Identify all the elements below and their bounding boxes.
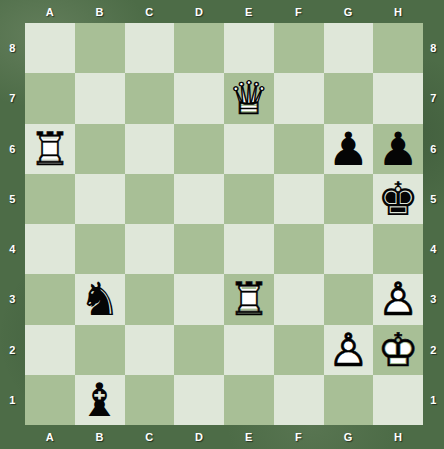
file-label: E: [224, 425, 274, 449]
square-f8[interactable]: [274, 23, 324, 73]
white-rook-outline: ♖: [25, 124, 75, 174]
square-a6[interactable]: ♜♖: [25, 124, 75, 174]
square-h1[interactable]: [373, 375, 423, 425]
piece-white-king[interactable]: ♚♔: [373, 325, 423, 375]
rank-label: 2: [0, 325, 25, 375]
rank-label: 2: [423, 325, 444, 375]
file-label: H: [373, 425, 423, 449]
piece-white-rook[interactable]: ♜♖: [25, 124, 75, 174]
square-f5[interactable]: [274, 174, 324, 224]
square-e1[interactable]: [224, 375, 274, 425]
rank-label: 6: [0, 124, 25, 174]
rank-label: 1: [423, 375, 444, 425]
square-g2[interactable]: ♟♙: [324, 325, 374, 375]
square-f6[interactable]: [274, 124, 324, 174]
square-e6[interactable]: [224, 124, 274, 174]
square-a4[interactable]: [25, 224, 75, 274]
square-b3[interactable]: ♞: [75, 274, 125, 324]
square-g3[interactable]: [324, 274, 374, 324]
file-label: F: [274, 0, 324, 23]
square-d4[interactable]: [174, 224, 224, 274]
square-c1[interactable]: [125, 375, 175, 425]
square-d7[interactable]: [174, 73, 224, 123]
file-label: B: [75, 425, 125, 449]
file-label: F: [274, 425, 324, 449]
square-g4[interactable]: [324, 224, 374, 274]
square-e7[interactable]: ♛♕: [224, 73, 274, 123]
square-d6[interactable]: [174, 124, 224, 174]
file-label: C: [125, 425, 175, 449]
square-e3[interactable]: ♜♖: [224, 274, 274, 324]
square-e5[interactable]: [224, 174, 274, 224]
file-label: D: [174, 0, 224, 23]
square-h8[interactable]: [373, 23, 423, 73]
rank-label: 7: [423, 73, 444, 123]
square-b4[interactable]: [75, 224, 125, 274]
square-h3[interactable]: ♟♙: [373, 274, 423, 324]
square-b2[interactable]: [75, 325, 125, 375]
square-f3[interactable]: [274, 274, 324, 324]
square-g7[interactable]: [324, 73, 374, 123]
piece-white-rook[interactable]: ♜♖: [224, 274, 274, 324]
square-b8[interactable]: [75, 23, 125, 73]
square-c3[interactable]: [125, 274, 175, 324]
rank-label: 3: [0, 274, 25, 324]
white-queen-outline: ♕: [224, 73, 274, 123]
square-f7[interactable]: [274, 73, 324, 123]
rank-label: 5: [423, 174, 444, 224]
square-b7[interactable]: [75, 73, 125, 123]
square-a5[interactable]: [25, 174, 75, 224]
square-e4[interactable]: [224, 224, 274, 274]
piece-white-queen[interactable]: ♛♕: [224, 73, 274, 123]
square-h4[interactable]: [373, 224, 423, 274]
square-f2[interactable]: [274, 325, 324, 375]
file-label: G: [324, 0, 374, 23]
rank-labels-right: 87654321: [423, 23, 444, 425]
file-label: H: [373, 0, 423, 23]
piece-black-pawn[interactable]: ♟: [324, 124, 374, 174]
black-king-fill: ♚: [373, 174, 423, 224]
rank-label: 4: [423, 224, 444, 274]
piece-black-pawn[interactable]: ♟: [373, 124, 423, 174]
black-bishop-fill: ♝: [75, 375, 125, 425]
file-labels-top: ABCDEFGH: [25, 0, 423, 23]
square-c5[interactable]: [125, 174, 175, 224]
black-pawn-fill: ♟: [324, 124, 374, 174]
black-pawn-fill: ♟: [373, 124, 423, 174]
rank-label: 7: [0, 73, 25, 123]
square-c6[interactable]: [125, 124, 175, 174]
square-h5[interactable]: ♚: [373, 174, 423, 224]
file-labels-bottom: ABCDEFGH: [25, 425, 423, 449]
piece-white-pawn[interactable]: ♟♙: [373, 274, 423, 324]
square-h7[interactable]: [373, 73, 423, 123]
square-g5[interactable]: [324, 174, 374, 224]
chess-board: ♛♕♜♖♟♟♚♞♜♖♟♙♟♙♚♔♝: [25, 23, 423, 425]
square-d3[interactable]: [174, 274, 224, 324]
square-c2[interactable]: [125, 325, 175, 375]
chess-diagram: ABCDEFGH 87654321 ♛♕♜♖♟♟♚♞♜♖♟♙♟♙♚♔♝ 8765…: [0, 0, 444, 449]
square-b1[interactable]: ♝: [75, 375, 125, 425]
rank-label: 5: [0, 174, 25, 224]
square-c4[interactable]: [125, 224, 175, 274]
rank-label: 6: [423, 124, 444, 174]
square-d2[interactable]: [174, 325, 224, 375]
file-label: E: [224, 0, 274, 23]
square-a3[interactable]: [25, 274, 75, 324]
square-g8[interactable]: [324, 23, 374, 73]
square-g1[interactable]: [324, 375, 374, 425]
square-d8[interactable]: [174, 23, 224, 73]
rank-label: 8: [0, 23, 25, 73]
square-e8[interactable]: [224, 23, 274, 73]
square-f1[interactable]: [274, 375, 324, 425]
file-label: B: [75, 0, 125, 23]
square-a7[interactable]: [25, 73, 75, 123]
square-b6[interactable]: [75, 124, 125, 174]
square-a8[interactable]: [25, 23, 75, 73]
piece-black-knight[interactable]: ♞: [75, 274, 125, 324]
rank-label: 8: [423, 23, 444, 73]
rank-label: 1: [0, 375, 25, 425]
white-pawn-outline: ♙: [373, 274, 423, 324]
rank-label: 3: [423, 274, 444, 324]
white-king-outline: ♔: [373, 325, 423, 375]
square-h6[interactable]: ♟: [373, 124, 423, 174]
piece-black-bishop[interactable]: ♝: [75, 375, 125, 425]
square-f4[interactable]: [274, 224, 324, 274]
file-label: A: [25, 425, 75, 449]
piece-black-king[interactable]: ♚: [373, 174, 423, 224]
file-label: D: [174, 425, 224, 449]
file-label: A: [25, 0, 75, 23]
file-label: G: [324, 425, 374, 449]
rank-label: 4: [0, 224, 25, 274]
file-label: C: [125, 0, 175, 23]
square-a2[interactable]: [25, 325, 75, 375]
square-g6[interactable]: ♟: [324, 124, 374, 174]
white-pawn-outline: ♙: [324, 325, 374, 375]
square-b5[interactable]: [75, 174, 125, 224]
square-a1[interactable]: [25, 375, 75, 425]
square-c7[interactable]: [125, 73, 175, 123]
square-h2[interactable]: ♚♔: [373, 325, 423, 375]
square-e2[interactable]: [224, 325, 274, 375]
rank-labels-left: 87654321: [0, 23, 25, 425]
square-c8[interactable]: [125, 23, 175, 73]
white-rook-outline: ♖: [224, 274, 274, 324]
square-d5[interactable]: [174, 174, 224, 224]
piece-white-pawn[interactable]: ♟♙: [324, 325, 374, 375]
black-knight-fill: ♞: [75, 274, 125, 324]
square-d1[interactable]: [174, 375, 224, 425]
